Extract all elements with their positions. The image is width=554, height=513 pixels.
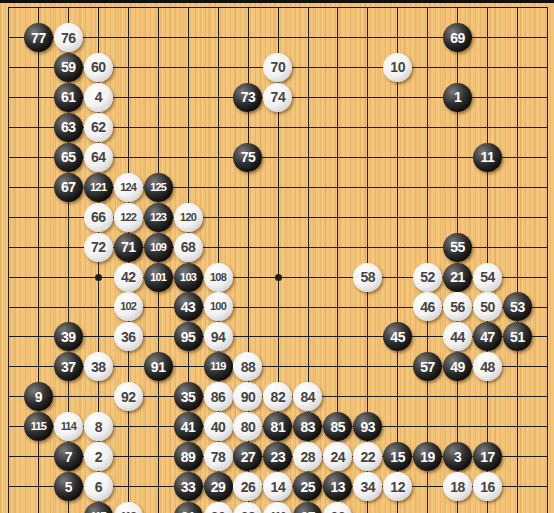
board-cell[interactable] — [23, 262, 53, 292]
stone-white-84[interactable]: 84 — [293, 382, 322, 411]
board-cell[interactable] — [413, 112, 443, 142]
board-cell[interactable]: 6 — [83, 472, 113, 502]
board-cell[interactable] — [113, 112, 143, 142]
board-cell[interactable]: 25 — [293, 472, 323, 502]
board-cell[interactable] — [173, 142, 203, 172]
board-cell[interactable]: 22 — [353, 442, 383, 472]
stone-white-2[interactable]: 2 — [84, 442, 113, 471]
board-cell[interactable] — [323, 352, 353, 382]
stone-black-123[interactable]: 123 — [144, 203, 173, 232]
board-cell[interactable] — [353, 172, 383, 202]
board-cell[interactable] — [23, 142, 53, 172]
board-cell[interactable] — [502, 472, 532, 502]
board-cell[interactable] — [383, 382, 413, 412]
stone-white-6[interactable]: 6 — [84, 472, 113, 501]
board-cell[interactable] — [293, 352, 323, 382]
board-cell[interactable] — [83, 382, 113, 412]
board-cell[interactable] — [263, 142, 293, 172]
stone-white-70[interactable]: 70 — [263, 53, 292, 82]
board-cell[interactable] — [53, 0, 83, 23]
board-cell[interactable] — [323, 0, 353, 23]
board-cell[interactable] — [383, 172, 413, 202]
stone-white-76[interactable]: 76 — [54, 23, 83, 52]
board-cell[interactable] — [473, 23, 503, 53]
board-cell[interactable] — [383, 202, 413, 232]
board-cell[interactable] — [53, 262, 83, 292]
board-cell[interactable]: 42 — [113, 262, 143, 292]
board-cell[interactable] — [23, 82, 53, 112]
board-cell[interactable]: 116 — [263, 502, 293, 513]
board-cell[interactable]: 33 — [173, 472, 203, 502]
board-cell[interactable] — [113, 23, 143, 53]
stone-black-51[interactable]: 51 — [503, 322, 532, 351]
board-cell[interactable] — [23, 172, 53, 202]
board-cell[interactable] — [173, 0, 203, 23]
board-cell[interactable] — [83, 262, 113, 292]
board-cell[interactable]: 100 — [203, 292, 233, 322]
board-cell[interactable] — [413, 502, 443, 513]
stone-white-114[interactable]: 114 — [54, 412, 83, 441]
board-cell[interactable]: 94 — [203, 322, 233, 352]
board-cell[interactable] — [23, 352, 53, 382]
board-cell[interactable] — [113, 352, 143, 382]
board-cell[interactable] — [383, 412, 413, 442]
board-cell[interactable] — [502, 23, 532, 53]
board-cell[interactable] — [502, 52, 532, 82]
stone-black-25[interactable]: 25 — [293, 472, 322, 501]
stone-white-116[interactable]: 116 — [263, 502, 292, 513]
board-cell[interactable] — [502, 142, 532, 172]
stone-white-24[interactable]: 24 — [323, 442, 352, 471]
board-cell[interactable] — [532, 52, 554, 82]
board-cell[interactable]: 85 — [323, 412, 353, 442]
board-cell[interactable]: 65 — [53, 142, 83, 172]
board-cell[interactable]: 75 — [233, 142, 263, 172]
stone-white-96[interactable]: 96 — [323, 502, 352, 513]
board-cell[interactable] — [0, 382, 23, 412]
board-cell[interactable]: 117 — [83, 502, 113, 513]
board-cell[interactable] — [353, 112, 383, 142]
stone-white-48[interactable]: 48 — [473, 352, 502, 381]
board-cell[interactable] — [53, 502, 83, 513]
board-cell[interactable]: 55 — [443, 232, 473, 262]
board-cell[interactable] — [233, 23, 263, 53]
board-cell[interactable] — [323, 262, 353, 292]
stone-black-121[interactable]: 121 — [84, 173, 113, 202]
board-cell[interactable]: 89 — [173, 442, 203, 472]
board-cell[interactable] — [143, 23, 173, 53]
stone-white-44[interactable]: 44 — [443, 322, 472, 351]
stone-black-97[interactable]: 97 — [293, 502, 322, 513]
board-cell[interactable] — [203, 52, 233, 82]
stone-black-91[interactable]: 91 — [144, 352, 173, 381]
stone-black-71[interactable]: 71 — [114, 233, 143, 262]
board-cell[interactable] — [473, 232, 503, 262]
board-cell[interactable] — [323, 23, 353, 53]
board-cell[interactable] — [353, 322, 383, 352]
board-cell[interactable] — [173, 172, 203, 202]
board-cell[interactable] — [173, 352, 203, 382]
board-cell[interactable]: 7 — [53, 442, 83, 472]
board-cell[interactable]: 63 — [53, 112, 83, 142]
board-cell[interactable]: 73 — [233, 82, 263, 112]
board-cell[interactable] — [443, 0, 473, 23]
board-cell[interactable] — [353, 232, 383, 262]
stone-white-122[interactable]: 122 — [114, 203, 143, 232]
board-cell[interactable] — [502, 112, 532, 142]
board-cell[interactable] — [502, 232, 532, 262]
board-cell[interactable] — [353, 142, 383, 172]
board-cell[interactable]: 31 — [173, 502, 203, 513]
board-cell[interactable] — [233, 292, 263, 322]
board-cell[interactable]: 17 — [473, 442, 503, 472]
board-cell[interactable] — [293, 292, 323, 322]
board-cell[interactable]: 70 — [263, 52, 293, 82]
stone-white-50[interactable]: 50 — [473, 292, 502, 321]
board-cell[interactable] — [0, 322, 23, 352]
board-cell[interactable] — [293, 322, 323, 352]
board-cell[interactable]: 96 — [323, 502, 353, 513]
board-cell[interactable] — [353, 202, 383, 232]
board-cell[interactable] — [23, 442, 53, 472]
board-cell[interactable]: 29 — [203, 472, 233, 502]
stone-black-35[interactable]: 35 — [174, 382, 203, 411]
board-cell[interactable] — [473, 112, 503, 142]
board-cell[interactable]: 81 — [263, 412, 293, 442]
stone-black-101[interactable]: 101 — [144, 263, 173, 292]
board-cell[interactable]: 68 — [173, 232, 203, 262]
board-cell[interactable] — [143, 82, 173, 112]
board-cell[interactable] — [143, 442, 173, 472]
stone-white-118[interactable]: 118 — [114, 502, 143, 513]
board-cell[interactable]: 84 — [293, 382, 323, 412]
board-cell[interactable]: 50 — [473, 292, 503, 322]
board-cell[interactable] — [173, 112, 203, 142]
board-cell[interactable]: 36 — [113, 322, 143, 352]
stone-black-31[interactable]: 31 — [174, 502, 203, 513]
board-cell[interactable]: 120 — [173, 202, 203, 232]
board-cell[interactable] — [233, 202, 263, 232]
board-cell[interactable]: 34 — [353, 472, 383, 502]
board-cell[interactable] — [203, 82, 233, 112]
board-cell[interactable] — [353, 352, 383, 382]
board-cell[interactable] — [263, 172, 293, 202]
stone-black-29[interactable]: 29 — [204, 472, 233, 501]
board-cell[interactable] — [0, 82, 23, 112]
board-cell[interactable] — [203, 142, 233, 172]
board-cell[interactable] — [23, 502, 53, 513]
board-cell[interactable] — [532, 23, 554, 53]
stone-white-102[interactable]: 102 — [114, 292, 143, 321]
board-cell[interactable] — [443, 142, 473, 172]
board-cell[interactable]: 67 — [53, 172, 83, 202]
board-cell[interactable] — [233, 172, 263, 202]
board-cell[interactable] — [143, 142, 173, 172]
board-cell[interactable] — [383, 23, 413, 53]
stone-white-34[interactable]: 34 — [353, 472, 382, 501]
stone-black-57[interactable]: 57 — [413, 352, 442, 381]
board-cell[interactable] — [173, 52, 203, 82]
board-cell[interactable] — [502, 352, 532, 382]
board-cell[interactable] — [143, 112, 173, 142]
board-cell[interactable] — [323, 82, 353, 112]
board-cell[interactable] — [323, 232, 353, 262]
stone-white-4[interactable]: 4 — [84, 83, 113, 112]
stone-black-13[interactable]: 13 — [323, 472, 352, 501]
board-cell[interactable]: 103 — [173, 262, 203, 292]
board-cell[interactable]: 72 — [83, 232, 113, 262]
board-cell[interactable] — [203, 202, 233, 232]
board-cell[interactable] — [203, 172, 233, 202]
stone-black-49[interactable]: 49 — [443, 352, 472, 381]
board-cell[interactable] — [203, 23, 233, 53]
stone-black-41[interactable]: 41 — [174, 412, 203, 441]
board-cell[interactable] — [353, 52, 383, 82]
board-cell[interactable]: 119 — [203, 352, 233, 382]
board-cell[interactable]: 45 — [383, 322, 413, 352]
stone-white-80[interactable]: 80 — [233, 412, 262, 441]
board-cell[interactable] — [293, 82, 323, 112]
board-cell[interactable]: 64 — [83, 142, 113, 172]
board-cell[interactable]: 47 — [473, 322, 503, 352]
board-cell[interactable] — [353, 0, 383, 23]
board-cell[interactable]: 5 — [53, 472, 83, 502]
board-cell[interactable] — [293, 23, 323, 53]
board-cell[interactable]: 8 — [83, 412, 113, 442]
stone-black-85[interactable]: 85 — [323, 412, 352, 441]
stone-black-83[interactable]: 83 — [293, 412, 322, 441]
board-cell[interactable] — [502, 412, 532, 442]
board-cell[interactable] — [532, 352, 554, 382]
board-cell[interactable] — [53, 292, 83, 322]
board-cell[interactable]: 38 — [83, 352, 113, 382]
stone-white-52[interactable]: 52 — [413, 263, 442, 292]
board-cell[interactable] — [0, 442, 23, 472]
board-cell[interactable]: 15 — [383, 442, 413, 472]
board-cell[interactable] — [0, 472, 23, 502]
board-cell[interactable] — [263, 352, 293, 382]
board-cell[interactable] — [233, 262, 263, 292]
stone-black-21[interactable]: 21 — [443, 263, 472, 292]
board-cell[interactable] — [383, 0, 413, 23]
board-cell[interactable]: 80 — [233, 412, 263, 442]
board-cell[interactable] — [23, 0, 53, 23]
board-cell[interactable] — [532, 412, 554, 442]
stone-white-22[interactable]: 22 — [353, 442, 382, 471]
board-cell[interactable] — [502, 172, 532, 202]
board-cell[interactable]: 40 — [203, 412, 233, 442]
board-cell[interactable] — [502, 502, 532, 513]
board-cell[interactable]: 18 — [443, 472, 473, 502]
board-cell[interactable] — [323, 202, 353, 232]
stone-black-75[interactable]: 75 — [233, 143, 262, 172]
board-cell[interactable] — [113, 0, 143, 23]
board-cell[interactable]: 56 — [443, 292, 473, 322]
stone-white-120[interactable]: 120 — [174, 203, 203, 232]
board-cell[interactable]: 115 — [23, 412, 53, 442]
board-cell[interactable] — [263, 23, 293, 53]
board-cell[interactable] — [143, 322, 173, 352]
board-cell[interactable]: 48 — [473, 352, 503, 382]
board-cell[interactable]: 46 — [413, 292, 443, 322]
board-cell[interactable]: 69 — [443, 23, 473, 53]
board-cell[interactable]: 66 — [83, 202, 113, 232]
stone-white-68[interactable]: 68 — [174, 233, 203, 262]
board-cell[interactable] — [143, 52, 173, 82]
board-cell[interactable] — [263, 322, 293, 352]
board-cell[interactable] — [532, 112, 554, 142]
stone-white-78[interactable]: 78 — [204, 442, 233, 471]
board-cell[interactable]: 91 — [143, 352, 173, 382]
board-cell[interactable] — [383, 352, 413, 382]
board-cell[interactable] — [383, 112, 413, 142]
board-cell[interactable] — [263, 262, 293, 292]
board-cell[interactable] — [263, 112, 293, 142]
stone-black-67[interactable]: 67 — [54, 173, 83, 202]
board-cell[interactable] — [413, 202, 443, 232]
board-cell[interactable] — [532, 172, 554, 202]
board-cell[interactable] — [293, 172, 323, 202]
stone-white-26[interactable]: 26 — [233, 472, 262, 501]
board-cell[interactable]: 77 — [23, 23, 53, 53]
board-cell[interactable] — [353, 502, 383, 513]
board-cell[interactable] — [443, 52, 473, 82]
board-cell[interactable] — [323, 142, 353, 172]
board-cell[interactable] — [113, 412, 143, 442]
stone-white-92[interactable]: 92 — [114, 382, 143, 411]
board-cell[interactable] — [83, 292, 113, 322]
board-cell[interactable] — [203, 0, 233, 23]
stone-black-89[interactable]: 89 — [174, 442, 203, 471]
stone-white-36[interactable]: 36 — [114, 322, 143, 351]
stone-black-47[interactable]: 47 — [473, 322, 502, 351]
board-cell[interactable] — [143, 0, 173, 23]
board-cell[interactable] — [502, 382, 532, 412]
stone-white-16[interactable]: 16 — [473, 472, 502, 501]
stone-white-58[interactable]: 58 — [353, 263, 382, 292]
board-cell[interactable] — [443, 202, 473, 232]
board-cell[interactable]: 101 — [143, 262, 173, 292]
board-cell[interactable] — [532, 82, 554, 112]
board-cell[interactable] — [143, 412, 173, 442]
board-cell[interactable]: 83 — [293, 412, 323, 442]
board-cell[interactable]: 71 — [113, 232, 143, 262]
board-cell[interactable] — [113, 472, 143, 502]
board-cell[interactable]: 53 — [502, 292, 532, 322]
board-cell[interactable]: 1 — [443, 82, 473, 112]
stone-white-54[interactable]: 54 — [473, 263, 502, 292]
stone-white-86[interactable]: 86 — [204, 382, 233, 411]
stone-white-10[interactable]: 10 — [383, 53, 412, 82]
board-cell[interactable]: 92 — [113, 382, 143, 412]
board-cell[interactable] — [53, 202, 83, 232]
board-cell[interactable] — [0, 52, 23, 82]
board-cell[interactable] — [83, 0, 113, 23]
stone-white-64[interactable]: 64 — [84, 143, 113, 172]
board-cell[interactable]: 39 — [53, 322, 83, 352]
board-cell[interactable] — [383, 502, 413, 513]
stone-black-23[interactable]: 23 — [263, 442, 292, 471]
board-cell[interactable]: 76 — [53, 23, 83, 53]
board-cell[interactable] — [383, 292, 413, 322]
board-cell[interactable]: 51 — [502, 322, 532, 352]
stone-black-39[interactable]: 39 — [54, 322, 83, 351]
board-cell[interactable] — [413, 0, 443, 23]
board-cell[interactable]: 49 — [443, 352, 473, 382]
board-cell[interactable] — [413, 412, 443, 442]
stone-black-7[interactable]: 7 — [54, 442, 83, 471]
board-cell[interactable] — [502, 262, 532, 292]
board-cell[interactable] — [0, 202, 23, 232]
board-cell[interactable] — [23, 52, 53, 82]
stone-white-62[interactable]: 62 — [84, 113, 113, 142]
board-cell[interactable] — [233, 52, 263, 82]
board-cell[interactable] — [413, 52, 443, 82]
board-cell[interactable] — [233, 0, 263, 23]
board-cell[interactable] — [293, 0, 323, 23]
board-cell[interactable] — [83, 23, 113, 53]
board-cell[interactable] — [0, 232, 23, 262]
board-cell[interactable] — [443, 172, 473, 202]
board-cell[interactable]: 54 — [473, 262, 503, 292]
board-cell[interactable]: 44 — [443, 322, 473, 352]
board-cell[interactable] — [263, 292, 293, 322]
board-cell[interactable]: 86 — [203, 382, 233, 412]
board-cell[interactable]: 60 — [83, 52, 113, 82]
board-cell[interactable] — [353, 292, 383, 322]
board-cell[interactable] — [113, 82, 143, 112]
board-cell[interactable] — [353, 23, 383, 53]
board-cell[interactable] — [0, 142, 23, 172]
board-cell[interactable]: 19 — [413, 442, 443, 472]
board-cell[interactable] — [323, 292, 353, 322]
stone-white-14[interactable]: 14 — [263, 472, 292, 501]
stone-white-40[interactable]: 40 — [204, 412, 233, 441]
board-cell[interactable]: 98 — [233, 502, 263, 513]
stone-white-12[interactable]: 12 — [383, 472, 412, 501]
board-cell[interactable] — [383, 82, 413, 112]
board-cell[interactable]: 35 — [173, 382, 203, 412]
stone-black-1[interactable]: 1 — [443, 83, 472, 112]
board-cell[interactable]: 23 — [263, 442, 293, 472]
stone-black-61[interactable]: 61 — [54, 83, 83, 112]
board-cell[interactable]: 123 — [143, 202, 173, 232]
board-cell[interactable] — [473, 0, 503, 23]
stone-black-37[interactable]: 37 — [54, 352, 83, 381]
board-cell[interactable] — [532, 502, 554, 513]
board-cell[interactable] — [233, 112, 263, 142]
board-cell[interactable] — [532, 292, 554, 322]
board-cell[interactable] — [233, 232, 263, 262]
board-cell[interactable]: 90 — [233, 382, 263, 412]
board-cell[interactable] — [23, 202, 53, 232]
board-cell[interactable]: 57 — [413, 352, 443, 382]
board-cell[interactable] — [0, 112, 23, 142]
board-cell[interactable] — [323, 322, 353, 352]
board-cell[interactable] — [233, 322, 263, 352]
board-cell[interactable]: 12 — [383, 472, 413, 502]
stone-white-74[interactable]: 74 — [263, 83, 292, 112]
stone-black-17[interactable]: 17 — [473, 442, 502, 471]
board-cell[interactable] — [113, 52, 143, 82]
board-cell[interactable]: 124 — [113, 172, 143, 202]
board-cell[interactable]: 109 — [143, 232, 173, 262]
board-cell[interactable] — [532, 472, 554, 502]
board-cell[interactable]: 37 — [53, 352, 83, 382]
stone-black-55[interactable]: 55 — [443, 233, 472, 262]
stone-white-82[interactable]: 82 — [263, 382, 292, 411]
stone-white-18[interactable]: 18 — [443, 472, 472, 501]
